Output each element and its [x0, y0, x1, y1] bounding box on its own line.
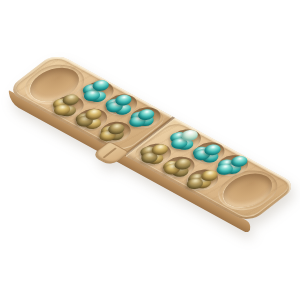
- mancala-board: [0, 0, 300, 300]
- product-photo: [0, 0, 300, 300]
- board-top-surface: [5, 52, 298, 224]
